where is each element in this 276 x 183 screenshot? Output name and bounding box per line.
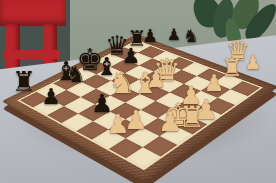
red-shelf-rung xyxy=(4,50,60,59)
chess-set-photo: ♜♟♝♞♚♝♛♟♜♟♟♞♝♟♛♟♟♟♚♜♟♟♟♜♟♞♛♟ xyxy=(0,0,276,183)
red-shelf-panel xyxy=(0,0,66,26)
